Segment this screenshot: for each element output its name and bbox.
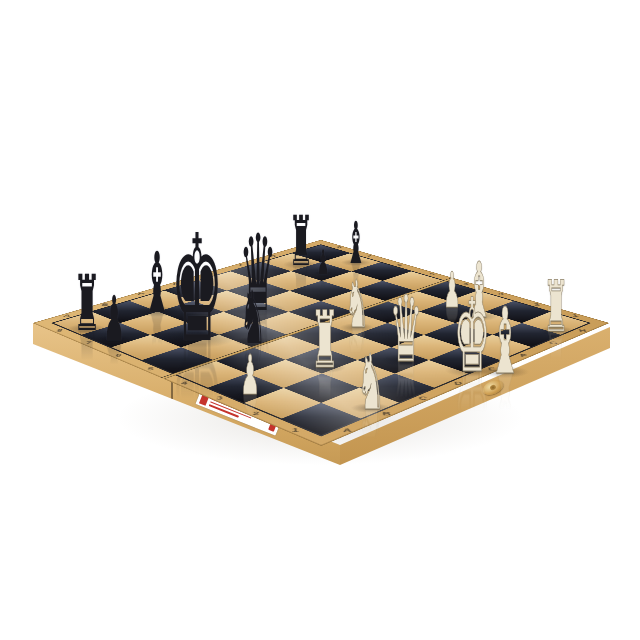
chess-piece-glyph: ♛: [390, 284, 423, 376]
chess-piece-glyph: ♚: [170, 215, 223, 363]
pieces-layer: ♝♝♜♜♟♟♟♟♛♛♝♝♝♝♞♞♜♜♜♜♚♚♟♟♞♞♛♛♜♜♚♚♝♝♟♟♞♞: [0, 0, 640, 640]
chess-piece-glyph: ♝: [142, 241, 172, 325]
chess-piece-glyph: ♜: [289, 207, 314, 276]
chess-piece-glyph: ♟: [103, 288, 125, 350]
chess-piece-glyph: ♜: [543, 271, 568, 342]
chess-piece-glyph: ♜: [311, 301, 339, 380]
chess-piece-glyph: ♟: [240, 348, 260, 403]
chess-piece-glyph: ♞: [345, 272, 369, 338]
chess-piece-glyph: ♜: [73, 265, 101, 342]
chess-piece-glyph: ♝: [489, 296, 522, 388]
chess-piece-glyph: ♝: [346, 214, 367, 272]
chess-piece-glyph: ♟: [317, 245, 329, 279]
product-photo-scene: AABBCCDDEEFFGGHH1122334455667788 ♝♝♜♜♟♟♟…: [0, 0, 640, 640]
chess-piece-glyph: ♞: [357, 344, 385, 421]
